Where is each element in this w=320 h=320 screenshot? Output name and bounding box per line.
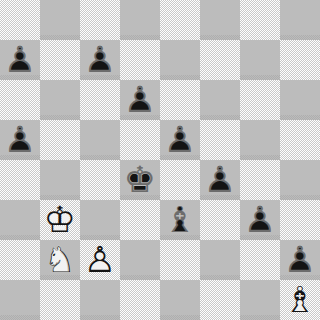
- square-g1[interactable]: [240, 280, 280, 320]
- square-h4[interactable]: [280, 160, 320, 200]
- square-a4[interactable]: [0, 160, 40, 200]
- square-b6[interactable]: [40, 80, 80, 120]
- square-d5[interactable]: [120, 120, 160, 160]
- square-e7[interactable]: [160, 40, 200, 80]
- square-b8[interactable]: [40, 0, 80, 40]
- square-a6[interactable]: [0, 80, 40, 120]
- square-d3[interactable]: [120, 200, 160, 240]
- square-g8[interactable]: [240, 0, 280, 40]
- white-king-outline-icon: ♔: [40, 200, 80, 240]
- square-a8[interactable]: [0, 0, 40, 40]
- square-e8[interactable]: [160, 0, 200, 40]
- black-pawn-piece[interactable]: ♟♙: [0, 120, 40, 160]
- black-pawn-piece[interactable]: ♟♙: [200, 160, 240, 200]
- square-d2[interactable]: [120, 240, 160, 280]
- black-pawn-piece[interactable]: ♟♙: [120, 80, 160, 120]
- square-h3[interactable]: [280, 200, 320, 240]
- chess-board: ♟♙♟♙♟♙♟♙♟♙♚♔♟♙♚♔♝♗♟♙♞♘♟♙♟♙♝♗: [0, 0, 320, 320]
- black-bishop-piece[interactable]: ♝♗: [160, 200, 200, 240]
- black-pawn-outline-icon: ♙: [160, 120, 200, 160]
- white-knight-outline-icon: ♘: [40, 240, 80, 280]
- square-h2[interactable]: ♟♙: [280, 240, 320, 280]
- square-f5[interactable]: [200, 120, 240, 160]
- square-g5[interactable]: [240, 120, 280, 160]
- square-c2[interactable]: ♟♙: [80, 240, 120, 280]
- square-e2[interactable]: [160, 240, 200, 280]
- black-pawn-outline-icon: ♙: [0, 120, 40, 160]
- black-pawn-outline-icon: ♙: [240, 200, 280, 240]
- black-pawn-outline-icon: ♙: [80, 40, 120, 80]
- square-d7[interactable]: [120, 40, 160, 80]
- square-g7[interactable]: [240, 40, 280, 80]
- square-a1[interactable]: [0, 280, 40, 320]
- square-e6[interactable]: [160, 80, 200, 120]
- black-pawn-outline-icon: ♙: [0, 40, 40, 80]
- square-f6[interactable]: [200, 80, 240, 120]
- square-c8[interactable]: [80, 0, 120, 40]
- black-bishop-outline-icon: ♗: [160, 200, 200, 240]
- white-bishop-outline-icon: ♗: [280, 280, 320, 320]
- white-king-piece[interactable]: ♚♔: [40, 200, 80, 240]
- black-king-outline-icon: ♔: [120, 160, 160, 200]
- square-c7[interactable]: ♟♙: [80, 40, 120, 80]
- square-f8[interactable]: [200, 0, 240, 40]
- square-f3[interactable]: [200, 200, 240, 240]
- square-d1[interactable]: [120, 280, 160, 320]
- square-c3[interactable]: [80, 200, 120, 240]
- white-bishop-piece[interactable]: ♝♗: [280, 280, 320, 320]
- square-b2[interactable]: ♞♘: [40, 240, 80, 280]
- black-pawn-piece[interactable]: ♟♙: [280, 240, 320, 280]
- square-c5[interactable]: [80, 120, 120, 160]
- square-b1[interactable]: [40, 280, 80, 320]
- square-a5[interactable]: ♟♙: [0, 120, 40, 160]
- square-e1[interactable]: [160, 280, 200, 320]
- square-a3[interactable]: [0, 200, 40, 240]
- square-g2[interactable]: [240, 240, 280, 280]
- square-e5[interactable]: ♟♙: [160, 120, 200, 160]
- square-c1[interactable]: [80, 280, 120, 320]
- square-b7[interactable]: [40, 40, 80, 80]
- black-pawn-piece[interactable]: ♟♙: [240, 200, 280, 240]
- square-h6[interactable]: [280, 80, 320, 120]
- square-a2[interactable]: [0, 240, 40, 280]
- square-c6[interactable]: [80, 80, 120, 120]
- black-king-piece[interactable]: ♚♔: [120, 160, 160, 200]
- square-d6[interactable]: ♟♙: [120, 80, 160, 120]
- square-e4[interactable]: [160, 160, 200, 200]
- square-b3[interactable]: ♚♔: [40, 200, 80, 240]
- white-knight-piece[interactable]: ♞♘: [40, 240, 80, 280]
- square-h8[interactable]: [280, 0, 320, 40]
- square-a7[interactable]: ♟♙: [0, 40, 40, 80]
- square-g3[interactable]: ♟♙: [240, 200, 280, 240]
- white-pawn-piece[interactable]: ♟♙: [80, 240, 120, 280]
- square-h5[interactable]: [280, 120, 320, 160]
- square-d4[interactable]: ♚♔: [120, 160, 160, 200]
- square-d8[interactable]: [120, 0, 160, 40]
- black-pawn-piece[interactable]: ♟♙: [80, 40, 120, 80]
- square-g6[interactable]: [240, 80, 280, 120]
- square-h1[interactable]: ♝♗: [280, 280, 320, 320]
- square-b5[interactable]: [40, 120, 80, 160]
- black-pawn-outline-icon: ♙: [200, 160, 240, 200]
- square-f2[interactable]: [200, 240, 240, 280]
- square-f7[interactable]: [200, 40, 240, 80]
- black-pawn-outline-icon: ♙: [280, 240, 320, 280]
- square-f4[interactable]: ♟♙: [200, 160, 240, 200]
- square-f1[interactable]: [200, 280, 240, 320]
- square-c4[interactable]: [80, 160, 120, 200]
- square-h7[interactable]: [280, 40, 320, 80]
- square-b4[interactable]: [40, 160, 80, 200]
- black-pawn-piece[interactable]: ♟♙: [0, 40, 40, 80]
- white-pawn-outline-icon: ♙: [80, 240, 120, 280]
- square-g4[interactable]: [240, 160, 280, 200]
- black-pawn-piece[interactable]: ♟♙: [160, 120, 200, 160]
- chess-board-window: ♟♙♟♙♟♙♟♙♟♙♚♔♟♙♚♔♝♗♟♙♞♘♟♙♟♙♝♗: [0, 0, 320, 320]
- black-pawn-outline-icon: ♙: [120, 80, 160, 120]
- square-e3[interactable]: ♝♗: [160, 200, 200, 240]
